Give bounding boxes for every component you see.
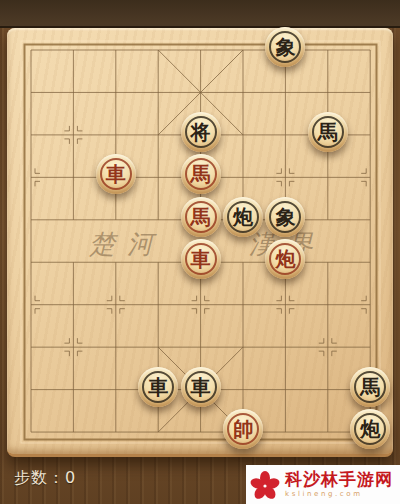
piece-black-chariot[interactable]: 車 <box>138 367 178 407</box>
piece-red-general[interactable]: 帥 <box>223 409 263 449</box>
plum-blossom-icon <box>249 469 281 501</box>
game-screen: 楚河 漢界 象将馬車馬馬炮象車炮車車馬帥炮 步数：0 科沙林手游网 ksline… <box>0 0 400 504</box>
piece-red-horse[interactable]: 馬 <box>181 197 221 237</box>
piece-red-horse[interactable]: 馬 <box>181 154 221 194</box>
piece-glyph: 車 <box>138 367 178 407</box>
move-counter-label: 步数： <box>14 468 65 487</box>
piece-glyph: 象 <box>265 27 305 67</box>
watermark-site-url: kslineng.com <box>285 490 393 498</box>
piece-glyph: 炮 <box>350 409 390 449</box>
piece-black-horse[interactable]: 馬 <box>350 367 390 407</box>
piece-glyph: 車 <box>96 154 136 194</box>
piece-red-chariot[interactable]: 車 <box>181 239 221 279</box>
piece-black-horse[interactable]: 馬 <box>308 112 348 152</box>
piece-glyph: 車 <box>181 367 221 407</box>
piece-black-elephant[interactable]: 象 <box>265 197 305 237</box>
piece-glyph: 馬 <box>181 197 221 237</box>
piece-black-cannon[interactable]: 炮 <box>350 409 390 449</box>
piece-black-elephant[interactable]: 象 <box>265 27 305 67</box>
piece-glyph: 車 <box>181 239 221 279</box>
piece-glyph: 馬 <box>308 112 348 152</box>
move-counter: 步数：0 <box>14 468 76 489</box>
move-counter-value: 0 <box>65 468 76 487</box>
piece-black-chariot[interactable]: 車 <box>181 367 221 407</box>
river-text-chu-he: 楚河 <box>89 227 165 262</box>
top-wood-shelf <box>0 0 400 28</box>
site-watermark: 科沙林手游网 kslineng.com <box>246 465 400 504</box>
piece-glyph: 帥 <box>223 409 263 449</box>
watermark-site-name: 科沙林手游网 <box>285 471 393 489</box>
piece-glyph: 炮 <box>265 239 305 279</box>
piece-glyph: 炮 <box>223 197 263 237</box>
piece-black-general[interactable]: 将 <box>181 112 221 152</box>
piece-glyph: 馬 <box>181 154 221 194</box>
piece-glyph: 馬 <box>350 367 390 407</box>
piece-glyph: 象 <box>265 197 305 237</box>
piece-red-chariot[interactable]: 車 <box>96 154 136 194</box>
piece-black-cannon[interactable]: 炮 <box>223 197 263 237</box>
watermark-text: 科沙林手游网 kslineng.com <box>285 471 393 499</box>
piece-glyph: 将 <box>181 112 221 152</box>
piece-red-cannon[interactable]: 炮 <box>265 239 305 279</box>
